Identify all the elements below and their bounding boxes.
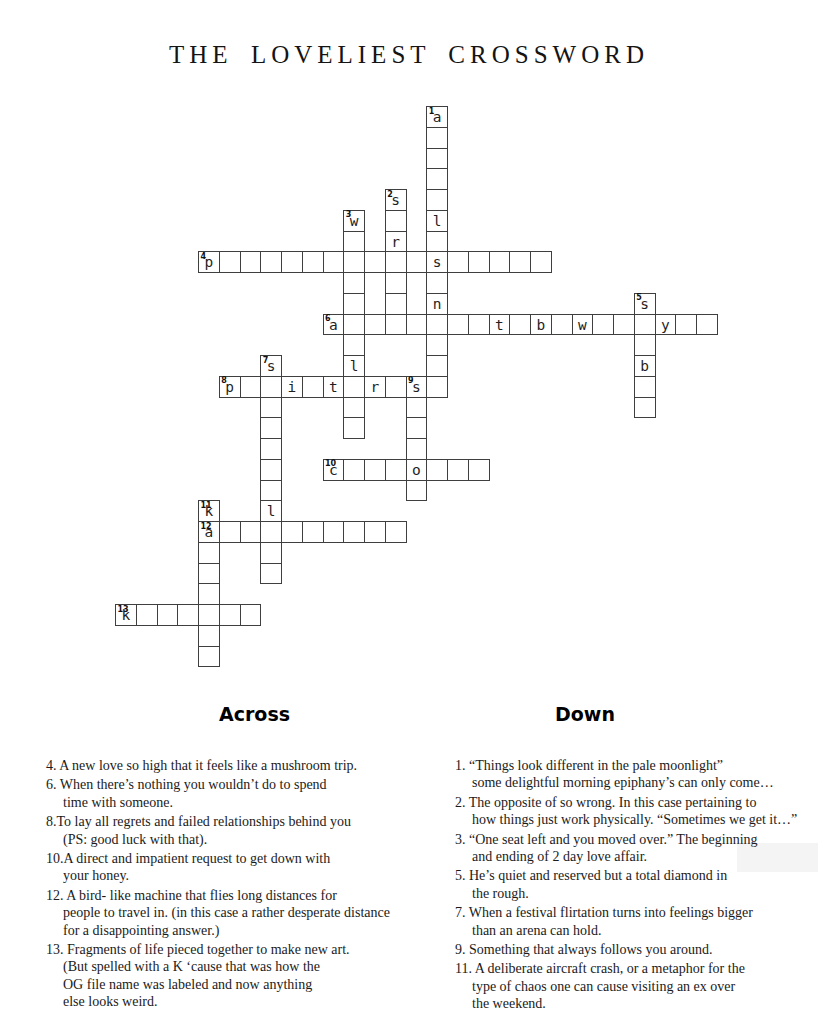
cell-r13-c14[interactable]: 9s <box>406 376 428 398</box>
cell-r10-c23[interactable] <box>592 314 614 336</box>
cell-r2-c15[interactable] <box>426 148 448 170</box>
cell-r20-c11[interactable] <box>343 521 365 543</box>
clue-down-7: 7. When a festival flirtation turns into… <box>455 904 805 939</box>
cell-r8-c11[interactable] <box>343 272 365 294</box>
cell-r20-c5[interactable] <box>219 521 241 543</box>
cell-r6-c15[interactable] <box>426 231 448 253</box>
cell-letter: b <box>635 356 655 376</box>
crossword-grid: 1a2s3wlr4psn5s6atbwy7slb8pitr9s10co11kl1… <box>115 106 718 667</box>
cell-letter: k <box>116 605 136 625</box>
cell-r23-c4[interactable] <box>198 583 220 605</box>
cell-letter: k <box>199 501 219 521</box>
cell-r17-c12[interactable] <box>364 459 386 481</box>
cell-r13-c13[interactable] <box>385 376 407 398</box>
cell-r7-c15[interactable]: s <box>426 251 448 273</box>
cell-r12-c7[interactable]: 7s <box>260 355 282 377</box>
cell-r6-c11[interactable] <box>343 231 365 253</box>
cell-r13-c25[interactable] <box>634 376 656 398</box>
cell-r10-c14[interactable] <box>406 314 428 336</box>
cell-r20-c12[interactable] <box>364 521 386 543</box>
clue-across-4: 4. A new love so high that it feels like… <box>46 757 434 774</box>
cell-r17-c13[interactable] <box>385 459 407 481</box>
cell-r18-c14[interactable] <box>406 480 428 502</box>
cell-r7-c20[interactable] <box>530 251 552 273</box>
cell-r24-c3[interactable] <box>177 604 199 626</box>
cell-r9-c11[interactable] <box>343 293 365 315</box>
cell-r7-c17[interactable] <box>468 251 490 273</box>
cell-letter: a <box>427 107 447 127</box>
cell-r17-c15[interactable] <box>426 459 448 481</box>
scan-artifact <box>737 843 818 872</box>
cell-r13-c12[interactable]: r <box>364 376 386 398</box>
cell-r5-c11[interactable]: 3w <box>343 210 365 232</box>
cell-r13-c8[interactable]: i <box>281 376 303 398</box>
cell-r10-c12[interactable] <box>364 314 386 336</box>
cell-r7-c9[interactable] <box>302 251 324 273</box>
cell-r20-c9[interactable] <box>302 521 324 543</box>
cell-r7-c13[interactable] <box>385 251 407 273</box>
cell-r22-c4[interactable] <box>198 563 220 585</box>
clue-across-10: 10.A direct and impatient request to get… <box>46 850 434 885</box>
cell-r13-c9[interactable] <box>302 376 324 398</box>
cell-r9-c25[interactable]: 5s <box>634 293 656 315</box>
cell-letter: l <box>261 501 281 521</box>
cell-r17-c16[interactable] <box>447 459 469 481</box>
cell-r7-c6[interactable] <box>240 251 262 273</box>
cell-r7-c16[interactable] <box>447 251 469 273</box>
cell-letter: s <box>407 377 427 397</box>
cell-r20-c10[interactable] <box>323 521 345 543</box>
cell-r7-c11[interactable] <box>343 251 365 273</box>
cell-r19-c7[interactable]: l <box>260 500 282 522</box>
cell-r11-c25[interactable] <box>634 334 656 356</box>
down-header: Down <box>555 705 615 724</box>
clue-down-9: 9. Something that always follows you aro… <box>455 941 805 958</box>
cell-r10-c17[interactable] <box>468 314 490 336</box>
cell-r5-c13[interactable] <box>385 210 407 232</box>
cell-r12-c11[interactable]: l <box>343 355 365 377</box>
cell-r10-c18[interactable]: t <box>489 314 511 336</box>
clue-across-6: 6. When there’s nothing you wouldn’t do … <box>46 776 434 811</box>
clue-down-11: 11. A deliberate aircraft crash, or a me… <box>455 960 805 1012</box>
cell-r10-c10[interactable]: 6a <box>323 314 345 336</box>
cell-letter: t <box>324 377 344 397</box>
clue-across-8: 8.To lay all regrets and failed relation… <box>46 813 434 848</box>
cell-letter: w <box>573 315 593 335</box>
cell-r7-c5[interactable] <box>219 251 241 273</box>
cell-r11-c15[interactable] <box>426 334 448 356</box>
cell-r10-c22[interactable]: w <box>572 314 594 336</box>
cell-letter: s <box>635 294 655 314</box>
cell-r5-c15[interactable]: l <box>426 210 448 232</box>
cell-r10-c26[interactable]: y <box>655 314 677 336</box>
cell-r12-c25[interactable]: b <box>634 355 656 377</box>
cell-letter: t <box>490 315 510 335</box>
cell-r24-c1[interactable] <box>136 604 158 626</box>
cell-r15-c11[interactable] <box>343 417 365 439</box>
cell-r4-c15[interactable] <box>426 189 448 211</box>
cell-r6-c13[interactable]: r <box>385 231 407 253</box>
cell-r17-c7[interactable] <box>260 459 282 481</box>
cell-letter: l <box>344 356 364 376</box>
cell-r13-c11[interactable] <box>343 376 365 398</box>
cell-r14-c14[interactable] <box>406 397 428 419</box>
cell-letter: l <box>427 211 447 231</box>
cell-r10-c16[interactable] <box>447 314 469 336</box>
cell-r20-c7[interactable] <box>260 521 282 543</box>
cell-r10-c21[interactable] <box>551 314 573 336</box>
cell-letter: y <box>656 315 676 335</box>
cell-r9-c15[interactable]: n <box>426 293 448 315</box>
cell-letter: n <box>427 294 447 314</box>
cell-r14-c11[interactable] <box>343 397 365 419</box>
cell-r21-c4[interactable] <box>198 542 220 564</box>
cell-r24-c4[interactable] <box>198 604 220 626</box>
cell-r24-c6[interactable] <box>240 604 262 626</box>
cell-letter: s <box>386 190 406 210</box>
cell-r17-c11[interactable] <box>343 459 365 481</box>
cell-r10-c13[interactable] <box>385 314 407 336</box>
cell-r21-c7[interactable] <box>260 542 282 564</box>
cell-r11-c11[interactable] <box>343 334 365 356</box>
cell-r7-c12[interactable] <box>364 251 386 273</box>
cell-letter: s <box>427 252 447 272</box>
cell-r3-c15[interactable] <box>426 168 448 190</box>
cell-r7-c10[interactable] <box>323 251 345 273</box>
cell-r8-c13[interactable] <box>385 272 407 294</box>
cell-r15-c7[interactable] <box>260 417 282 439</box>
cell-r24-c0[interactable]: 13k <box>115 604 137 626</box>
cell-letter: w <box>344 211 364 231</box>
clue-down-5: 5. He’s quiet and reserved but a total d… <box>455 867 805 902</box>
cell-r13-c6[interactable] <box>240 376 262 398</box>
cell-letter: o <box>407 460 427 480</box>
cell-letter: a <box>199 522 219 542</box>
cell-r13-c15[interactable] <box>426 376 448 398</box>
clue-across-13: 13. Fragments of life pieced together to… <box>46 941 434 1011</box>
across-header: Across <box>219 705 290 724</box>
cell-r20-c8[interactable] <box>281 521 303 543</box>
cell-r26-c4[interactable] <box>198 646 220 668</box>
cell-r16-c14[interactable] <box>406 438 428 460</box>
cell-r12-c15[interactable] <box>426 355 448 377</box>
cell-r10-c20[interactable]: b <box>530 314 552 336</box>
cell-r20-c6[interactable] <box>240 521 262 543</box>
cell-r24-c5[interactable] <box>219 604 241 626</box>
cell-r7-c19[interactable] <box>509 251 531 273</box>
cell-r10-c24[interactable] <box>613 314 635 336</box>
cell-r10-c25[interactable] <box>634 314 656 336</box>
cell-letter: s <box>261 356 281 376</box>
cell-r20-c4[interactable]: 12a <box>198 521 220 543</box>
cell-letter: p <box>220 377 240 397</box>
cell-r7-c4[interactable]: 4p <box>198 251 220 273</box>
page: { "game": "crossword", "title": "THE LOV… <box>0 0 818 1024</box>
cell-r9-c13[interactable] <box>385 293 407 315</box>
cell-r1-c15[interactable] <box>426 127 448 149</box>
cell-r10-c15[interactable] <box>426 314 448 336</box>
cell-r4-c13[interactable]: 2s <box>385 189 407 211</box>
cell-r10-c28[interactable] <box>696 314 718 336</box>
cell-r20-c13[interactable] <box>385 521 407 543</box>
cell-r10-c27[interactable] <box>675 314 697 336</box>
cell-r10-c19[interactable] <box>509 314 531 336</box>
cell-r0-c15[interactable]: 1a <box>426 106 448 128</box>
cell-r7-c7[interactable] <box>260 251 282 273</box>
cell-r18-c7[interactable] <box>260 480 282 502</box>
cell-r19-c4[interactable]: 11k <box>198 500 220 522</box>
cell-letter: r <box>386 232 406 252</box>
clue-down-2: 2. The opposite of so wrong. In this cas… <box>455 794 805 829</box>
cell-r10-c11[interactable] <box>343 314 365 336</box>
cell-r8-c15[interactable] <box>426 272 448 294</box>
cell-letter: a <box>324 315 344 335</box>
cell-r13-c7[interactable] <box>260 376 282 398</box>
cell-letter: p <box>199 252 219 272</box>
cell-r22-c7[interactable] <box>260 563 282 585</box>
clue-down-1: 1. “Things look different in the pale mo… <box>455 757 805 792</box>
cell-r7-c14[interactable] <box>406 251 428 273</box>
cell-letter: c <box>324 460 344 480</box>
cell-r14-c7[interactable] <box>260 397 282 419</box>
puzzle-title: THE LOVELIEST CROSSWORD <box>0 42 818 67</box>
cell-letter: r <box>365 377 385 397</box>
cell-r16-c7[interactable] <box>260 438 282 460</box>
cell-r14-c25[interactable] <box>634 397 656 419</box>
cell-r17-c14[interactable]: o <box>406 459 428 481</box>
cell-r13-c5[interactable]: 8p <box>219 376 241 398</box>
cell-r13-c10[interactable]: t <box>323 376 345 398</box>
cell-r17-c10[interactable]: 10c <box>323 459 345 481</box>
across-clue-list: 4. A new love so high that it feels like… <box>46 757 434 1013</box>
cell-r24-c2[interactable] <box>157 604 179 626</box>
cell-letter: b <box>531 315 551 335</box>
cell-r17-c17[interactable] <box>468 459 490 481</box>
cell-r15-c14[interactable] <box>406 417 428 439</box>
cell-r7-c18[interactable] <box>489 251 511 273</box>
down-clue-list: 1. “Things look different in the pale mo… <box>455 757 805 1015</box>
cell-r25-c4[interactable] <box>198 625 220 647</box>
clue-across-12: 12. A bird- like machine that flies long… <box>46 887 434 939</box>
cell-r7-c8[interactable] <box>281 251 303 273</box>
cell-letter: i <box>282 377 302 397</box>
